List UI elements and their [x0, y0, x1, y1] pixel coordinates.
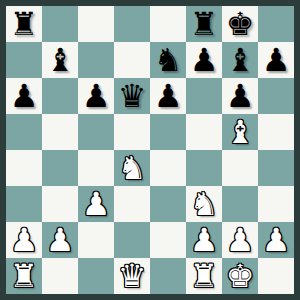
square-h2[interactable]: ♟: [258, 222, 294, 258]
square-c3[interactable]: ♟: [78, 186, 114, 222]
square-a3[interactable]: [6, 186, 42, 222]
square-g4[interactable]: [222, 150, 258, 186]
chess-board: ♜♜♚♝♞♟♝♟♟♟♛♟♟♝♞♟♞♟♟♟♟♟♜♛♜♚: [0, 0, 300, 300]
square-a6[interactable]: ♟: [6, 78, 42, 114]
piece-black-bishop: ♝: [226, 42, 255, 78]
square-e6[interactable]: ♟: [150, 78, 186, 114]
square-h3[interactable]: [258, 186, 294, 222]
piece-white-pawn: ♟: [226, 222, 255, 258]
square-h6[interactable]: [258, 78, 294, 114]
piece-black-king: ♚: [226, 6, 255, 42]
piece-black-pawn: ♟: [226, 78, 255, 114]
square-c7[interactable]: [78, 42, 114, 78]
square-g7[interactable]: ♝: [222, 42, 258, 78]
square-d1[interactable]: ♛: [114, 258, 150, 294]
piece-white-rook: ♜: [10, 258, 39, 294]
piece-white-pawn: ♟: [46, 222, 75, 258]
square-e4[interactable]: [150, 150, 186, 186]
piece-black-queen: ♛: [118, 78, 147, 114]
square-b8[interactable]: [42, 6, 78, 42]
piece-white-pawn: ♟: [262, 222, 291, 258]
square-f8[interactable]: ♜: [186, 6, 222, 42]
square-g2[interactable]: ♟: [222, 222, 258, 258]
square-f1[interactable]: ♜: [186, 258, 222, 294]
square-b4[interactable]: [42, 150, 78, 186]
square-c1[interactable]: [78, 258, 114, 294]
square-f3[interactable]: ♞: [186, 186, 222, 222]
piece-white-knight: ♞: [118, 150, 147, 186]
square-g6[interactable]: ♟: [222, 78, 258, 114]
square-g8[interactable]: ♚: [222, 6, 258, 42]
square-a7[interactable]: [6, 42, 42, 78]
square-f6[interactable]: [186, 78, 222, 114]
square-b2[interactable]: ♟: [42, 222, 78, 258]
piece-black-pawn: ♟: [10, 78, 39, 114]
square-f4[interactable]: [186, 150, 222, 186]
square-c8[interactable]: [78, 6, 114, 42]
square-d4[interactable]: ♞: [114, 150, 150, 186]
piece-white-queen: ♛: [118, 258, 147, 294]
square-f2[interactable]: ♟: [186, 222, 222, 258]
square-c6[interactable]: ♟: [78, 78, 114, 114]
square-f5[interactable]: [186, 114, 222, 150]
square-d7[interactable]: [114, 42, 150, 78]
square-h4[interactable]: [258, 150, 294, 186]
square-e7[interactable]: ♞: [150, 42, 186, 78]
square-h1[interactable]: [258, 258, 294, 294]
piece-black-bishop: ♝: [46, 42, 75, 78]
square-h5[interactable]: [258, 114, 294, 150]
square-d5[interactable]: [114, 114, 150, 150]
square-a8[interactable]: ♜: [6, 6, 42, 42]
piece-white-pawn: ♟: [10, 222, 39, 258]
piece-black-rook: ♜: [190, 6, 219, 42]
square-h8[interactable]: [258, 6, 294, 42]
piece-white-pawn: ♟: [82, 186, 111, 222]
piece-white-knight: ♞: [190, 186, 219, 222]
piece-black-pawn: ♟: [154, 78, 183, 114]
square-g1[interactable]: ♚: [222, 258, 258, 294]
square-a4[interactable]: [6, 150, 42, 186]
square-c2[interactable]: [78, 222, 114, 258]
piece-black-pawn: ♟: [262, 42, 291, 78]
square-e2[interactable]: [150, 222, 186, 258]
piece-black-rook: ♜: [10, 6, 39, 42]
square-e3[interactable]: [150, 186, 186, 222]
square-e5[interactable]: [150, 114, 186, 150]
square-e1[interactable]: [150, 258, 186, 294]
square-f7[interactable]: ♟: [186, 42, 222, 78]
square-b5[interactable]: [42, 114, 78, 150]
piece-white-rook: ♜: [190, 258, 219, 294]
piece-white-bishop: ♝: [226, 114, 255, 150]
square-b3[interactable]: [42, 186, 78, 222]
square-e8[interactable]: [150, 6, 186, 42]
square-h7[interactable]: ♟: [258, 42, 294, 78]
square-d6[interactable]: ♛: [114, 78, 150, 114]
piece-black-pawn: ♟: [82, 78, 111, 114]
square-g3[interactable]: [222, 186, 258, 222]
square-d2[interactable]: [114, 222, 150, 258]
piece-white-pawn: ♟: [190, 222, 219, 258]
square-b1[interactable]: [42, 258, 78, 294]
piece-black-pawn: ♟: [190, 42, 219, 78]
square-a2[interactable]: ♟: [6, 222, 42, 258]
square-b6[interactable]: [42, 78, 78, 114]
piece-white-king: ♚: [226, 258, 255, 294]
square-a5[interactable]: [6, 114, 42, 150]
square-g5[interactable]: ♝: [222, 114, 258, 150]
piece-black-knight: ♞: [154, 42, 183, 78]
square-d3[interactable]: [114, 186, 150, 222]
square-c5[interactable]: [78, 114, 114, 150]
square-b7[interactable]: ♝: [42, 42, 78, 78]
square-d8[interactable]: [114, 6, 150, 42]
square-c4[interactable]: [78, 150, 114, 186]
square-a1[interactable]: ♜: [6, 258, 42, 294]
